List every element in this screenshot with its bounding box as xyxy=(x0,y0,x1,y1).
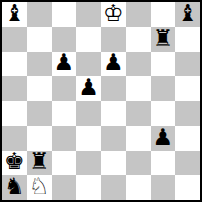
square-d5[interactable]: ♟ xyxy=(76,76,101,101)
square-h7[interactable] xyxy=(175,27,200,52)
square-h3[interactable] xyxy=(175,126,200,151)
square-f8[interactable] xyxy=(126,2,151,27)
black-bishop-icon: ♝ xyxy=(177,2,198,25)
square-e2[interactable] xyxy=(101,151,126,176)
square-b8[interactable] xyxy=(27,2,52,27)
square-d3[interactable] xyxy=(76,126,101,151)
square-e8[interactable]: ♔ xyxy=(101,2,126,27)
square-b4[interactable] xyxy=(27,101,52,126)
white-knight-icon: ♘ xyxy=(29,175,50,198)
black-bishop-icon: ♝ xyxy=(4,2,25,25)
square-e5[interactable] xyxy=(101,76,126,101)
black-pawn-icon: ♟ xyxy=(153,126,174,149)
square-g2[interactable] xyxy=(151,151,176,176)
square-c6[interactable]: ♟ xyxy=(52,52,77,77)
square-h5[interactable] xyxy=(175,76,200,101)
square-h4[interactable] xyxy=(175,101,200,126)
square-e7[interactable] xyxy=(101,27,126,52)
square-e1[interactable] xyxy=(101,175,126,200)
square-d4[interactable] xyxy=(76,101,101,126)
square-b3[interactable] xyxy=(27,126,52,151)
square-c8[interactable] xyxy=(52,2,77,27)
square-b7[interactable] xyxy=(27,27,52,52)
square-c3[interactable] xyxy=(52,126,77,151)
square-h8[interactable]: ♝ xyxy=(175,2,200,27)
square-b2[interactable]: ♜ xyxy=(27,151,52,176)
square-a2[interactable]: ♚ xyxy=(2,151,27,176)
square-g3[interactable]: ♟ xyxy=(151,126,176,151)
square-d7[interactable] xyxy=(76,27,101,52)
square-g4[interactable] xyxy=(151,101,176,126)
square-d6[interactable] xyxy=(76,52,101,77)
black-pawn-icon: ♟ xyxy=(54,52,75,75)
square-f4[interactable] xyxy=(126,101,151,126)
square-b6[interactable] xyxy=(27,52,52,77)
square-e6[interactable]: ♟ xyxy=(101,52,126,77)
black-pawn-icon: ♟ xyxy=(78,76,99,99)
black-pawn-icon: ♟ xyxy=(103,52,124,75)
square-g8[interactable] xyxy=(151,2,176,27)
square-e3[interactable] xyxy=(101,126,126,151)
black-knight-icon: ♞ xyxy=(4,175,25,198)
square-c7[interactable] xyxy=(52,27,77,52)
square-a8[interactable]: ♝ xyxy=(2,2,27,27)
square-a4[interactable] xyxy=(2,101,27,126)
white-king-icon: ♔ xyxy=(103,2,124,25)
chess-board: ♝♔♝♜♟♟♟♟♚♜♞♘ xyxy=(0,0,202,202)
square-d8[interactable] xyxy=(76,2,101,27)
square-b5[interactable] xyxy=(27,76,52,101)
square-a7[interactable] xyxy=(2,27,27,52)
black-king-icon: ♚ xyxy=(4,151,25,174)
square-f3[interactable] xyxy=(126,126,151,151)
square-f1[interactable] xyxy=(126,175,151,200)
square-c4[interactable] xyxy=(52,101,77,126)
square-f2[interactable] xyxy=(126,151,151,176)
square-d2[interactable] xyxy=(76,151,101,176)
square-a1[interactable]: ♞ xyxy=(2,175,27,200)
black-rook-icon: ♜ xyxy=(29,151,50,174)
square-a6[interactable] xyxy=(2,52,27,77)
square-c5[interactable] xyxy=(52,76,77,101)
square-c2[interactable] xyxy=(52,151,77,176)
square-c1[interactable] xyxy=(52,175,77,200)
square-g7[interactable]: ♜ xyxy=(151,27,176,52)
square-g1[interactable] xyxy=(151,175,176,200)
square-d1[interactable] xyxy=(76,175,101,200)
square-h2[interactable] xyxy=(175,151,200,176)
square-f7[interactable] xyxy=(126,27,151,52)
square-g6[interactable] xyxy=(151,52,176,77)
square-f5[interactable] xyxy=(126,76,151,101)
square-f6[interactable] xyxy=(126,52,151,77)
square-h6[interactable] xyxy=(175,52,200,77)
square-e4[interactable] xyxy=(101,101,126,126)
square-a3[interactable] xyxy=(2,126,27,151)
black-rook-icon: ♜ xyxy=(153,27,174,50)
square-g5[interactable] xyxy=(151,76,176,101)
square-b1[interactable]: ♘ xyxy=(27,175,52,200)
square-a5[interactable] xyxy=(2,76,27,101)
square-h1[interactable] xyxy=(175,175,200,200)
